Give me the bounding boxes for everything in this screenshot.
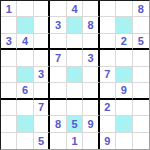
cell-r4c4[interactable]: 7 bbox=[50, 50, 66, 66]
cell-r2c3[interactable] bbox=[34, 17, 50, 33]
cell-r1c9[interactable]: 8 bbox=[133, 1, 149, 17]
cell-r6c5[interactable] bbox=[67, 83, 83, 99]
cell-r4c3[interactable] bbox=[34, 50, 50, 66]
cell-r2c2[interactable] bbox=[17, 17, 33, 33]
cell-r5c6[interactable] bbox=[83, 67, 99, 83]
cell-r6c1[interactable] bbox=[1, 83, 17, 99]
cell-r5c1[interactable] bbox=[1, 67, 17, 83]
cell-r1c3[interactable] bbox=[34, 1, 50, 17]
cell-r1c1[interactable]: 1 bbox=[1, 1, 17, 17]
cell-r2c9[interactable] bbox=[133, 17, 149, 33]
cell-r5c5[interactable] bbox=[67, 67, 83, 83]
cell-r4c6[interactable]: 3 bbox=[83, 50, 99, 66]
cell-r7c5[interactable] bbox=[67, 100, 83, 116]
cell-r1c8[interactable] bbox=[116, 1, 132, 17]
cell-r5c9[interactable] bbox=[133, 67, 149, 83]
cell-r7c4[interactable] bbox=[50, 100, 66, 116]
cell-r2c8[interactable] bbox=[116, 17, 132, 33]
cell-r4c8[interactable] bbox=[116, 50, 132, 66]
cell-r6c4[interactable] bbox=[50, 83, 66, 99]
sudoku-board: 14838342573376972859519 bbox=[0, 0, 150, 150]
cell-r8c9[interactable] bbox=[133, 116, 149, 132]
cell-r2c5[interactable] bbox=[67, 17, 83, 33]
cell-r8c5[interactable]: 5 bbox=[67, 116, 83, 132]
cell-r5c3[interactable]: 3 bbox=[34, 67, 50, 83]
cell-r1c7[interactable] bbox=[100, 1, 116, 17]
cell-r9c8[interactable] bbox=[116, 133, 132, 149]
cell-r6c3[interactable] bbox=[34, 83, 50, 99]
cell-r5c2[interactable] bbox=[17, 67, 33, 83]
cell-r4c9[interactable] bbox=[133, 50, 149, 66]
cell-r3c3[interactable] bbox=[34, 34, 50, 50]
cell-r2c1[interactable] bbox=[1, 17, 17, 33]
cell-r5c8[interactable] bbox=[116, 67, 132, 83]
cell-r4c5[interactable] bbox=[67, 50, 83, 66]
cell-r4c1[interactable] bbox=[1, 50, 17, 66]
cell-r1c5[interactable]: 4 bbox=[67, 1, 83, 17]
cell-r7c3[interactable]: 7 bbox=[34, 100, 50, 116]
cell-r6c7[interactable] bbox=[100, 83, 116, 99]
cell-r3c6[interactable] bbox=[83, 34, 99, 50]
cell-r3c5[interactable] bbox=[67, 34, 83, 50]
cell-r1c2[interactable] bbox=[17, 1, 33, 17]
cell-r3c7[interactable] bbox=[100, 34, 116, 50]
cell-r3c9[interactable]: 5 bbox=[133, 34, 149, 50]
cell-r8c7[interactable] bbox=[100, 116, 116, 132]
cell-r7c9[interactable] bbox=[133, 100, 149, 116]
cell-r5c4[interactable] bbox=[50, 67, 66, 83]
cell-r6c9[interactable] bbox=[133, 83, 149, 99]
cell-r8c1[interactable] bbox=[1, 116, 17, 132]
cell-r3c8[interactable]: 2 bbox=[116, 34, 132, 50]
cell-r1c6[interactable] bbox=[83, 1, 99, 17]
cell-r8c8[interactable] bbox=[116, 116, 132, 132]
cell-r3c2[interactable]: 4 bbox=[17, 34, 33, 50]
cell-r2c7[interactable] bbox=[100, 17, 116, 33]
cell-r6c2[interactable]: 6 bbox=[17, 83, 33, 99]
cell-r8c2[interactable] bbox=[17, 116, 33, 132]
cell-r6c6[interactable] bbox=[83, 83, 99, 99]
cell-r9c9[interactable] bbox=[133, 133, 149, 149]
cell-r9c7[interactable]: 9 bbox=[100, 133, 116, 149]
cell-r2c6[interactable]: 8 bbox=[83, 17, 99, 33]
cell-r9c3[interactable]: 5 bbox=[34, 133, 50, 149]
cell-r5c7[interactable]: 7 bbox=[100, 67, 116, 83]
cell-r1c4[interactable] bbox=[50, 1, 66, 17]
cell-r2c4[interactable]: 3 bbox=[50, 17, 66, 33]
cell-r8c3[interactable] bbox=[34, 116, 50, 132]
cell-r4c2[interactable] bbox=[17, 50, 33, 66]
cell-r7c7[interactable]: 2 bbox=[100, 100, 116, 116]
cell-r8c4[interactable]: 8 bbox=[50, 116, 66, 132]
cell-r9c5[interactable]: 1 bbox=[67, 133, 83, 149]
cell-r6c8[interactable]: 9 bbox=[116, 83, 132, 99]
cell-r9c2[interactable] bbox=[17, 133, 33, 149]
cell-r7c8[interactable] bbox=[116, 100, 132, 116]
cell-r3c4[interactable] bbox=[50, 34, 66, 50]
cell-r3c1[interactable]: 3 bbox=[1, 34, 17, 50]
cell-r7c6[interactable] bbox=[83, 100, 99, 116]
cell-r9c6[interactable] bbox=[83, 133, 99, 149]
cell-r7c2[interactable] bbox=[17, 100, 33, 116]
cell-r8c6[interactable]: 9 bbox=[83, 116, 99, 132]
cell-r9c1[interactable] bbox=[1, 133, 17, 149]
cell-r4c7[interactable] bbox=[100, 50, 116, 66]
cell-r7c1[interactable] bbox=[1, 100, 17, 116]
cell-r9c4[interactable] bbox=[50, 133, 66, 149]
